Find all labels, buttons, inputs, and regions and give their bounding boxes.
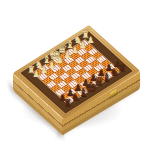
brass-latch-icon	[110, 88, 117, 97]
chess-set-photo: ♜♞♝♛♚♝♞♜♟♟♟♟♟♟♟♟♟♟♟♟♟♟♟♟♜♞♝♛♚♝♞♜	[0, 0, 150, 150]
